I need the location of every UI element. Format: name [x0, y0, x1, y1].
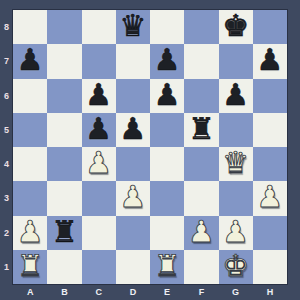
rank-label-2: 2 [0, 216, 13, 250]
square-e4[interactable] [150, 147, 184, 181]
square-b5[interactable] [47, 113, 81, 147]
square-d1[interactable] [116, 250, 150, 284]
square-e1[interactable]: ♜ [150, 250, 184, 284]
black-queen-d8[interactable]: ♛ [119, 11, 146, 41]
file-label-d: D [116, 285, 150, 299]
square-a7[interactable]: ♟ [13, 44, 47, 78]
file-label-h: H [253, 285, 287, 299]
square-b1[interactable] [47, 250, 81, 284]
square-g8[interactable]: ♚ [219, 10, 253, 44]
square-f3[interactable] [184, 181, 218, 215]
square-h2[interactable] [253, 216, 287, 250]
file-label-a: A [13, 285, 47, 299]
square-f2[interactable]: ♟ [184, 216, 218, 250]
file-label-c: C [82, 285, 116, 299]
file-label-b: B [47, 285, 81, 299]
black-rook-f5[interactable]: ♜ [188, 114, 215, 144]
square-e6[interactable]: ♟ [150, 79, 184, 113]
white-pawn-a2[interactable]: ♟ [17, 217, 44, 247]
square-d3[interactable]: ♟ [116, 181, 150, 215]
square-f1[interactable] [184, 250, 218, 284]
rank-label-4: 4 [0, 147, 13, 181]
square-f5[interactable]: ♜ [184, 113, 218, 147]
white-pawn-c4[interactable]: ♟ [85, 148, 112, 178]
rank-label-1: 1 [0, 250, 13, 284]
black-pawn-a7[interactable]: ♟ [17, 45, 44, 75]
square-g5[interactable] [219, 113, 253, 147]
rank-label-8: 8 [0, 10, 13, 44]
square-h5[interactable] [253, 113, 287, 147]
square-h7[interactable]: ♟ [253, 44, 287, 78]
square-g1[interactable]: ♚ [219, 250, 253, 284]
square-d4[interactable] [116, 147, 150, 181]
square-f7[interactable] [184, 44, 218, 78]
square-e5[interactable] [150, 113, 184, 147]
square-e8[interactable] [150, 10, 184, 44]
square-f8[interactable] [184, 10, 218, 44]
square-c3[interactable] [82, 181, 116, 215]
black-rook-b2[interactable]: ♜ [51, 217, 78, 247]
square-b7[interactable] [47, 44, 81, 78]
square-a1[interactable]: ♜ [13, 250, 47, 284]
square-a5[interactable] [13, 113, 47, 147]
square-h6[interactable] [253, 79, 287, 113]
square-g2[interactable]: ♟ [219, 216, 253, 250]
square-g3[interactable] [219, 181, 253, 215]
square-e7[interactable]: ♟ [150, 44, 184, 78]
chess-board[interactable]: ♛♚♟♟♟♟♟♟♟♟♜♟♛♟♟♟♜♟♟♜♜♚ [13, 10, 287, 284]
white-rook-a1[interactable]: ♜ [17, 251, 44, 281]
square-c6[interactable]: ♟ [82, 79, 116, 113]
white-king-g1[interactable]: ♚ [222, 251, 249, 281]
white-rook-e1[interactable]: ♜ [154, 251, 181, 281]
file-label-g: G [219, 285, 253, 299]
chessboard-frame: 87654321 ♛♚♟♟♟♟♟♟♟♟♜♟♛♟♟♟♜♟♟♜♜♚ ABCDEFGH [0, 0, 300, 300]
square-e3[interactable] [150, 181, 184, 215]
rank-label-6: 6 [0, 79, 13, 113]
square-h4[interactable] [253, 147, 287, 181]
square-c2[interactable] [82, 216, 116, 250]
square-a8[interactable] [13, 10, 47, 44]
square-a3[interactable] [13, 181, 47, 215]
square-d8[interactable]: ♛ [116, 10, 150, 44]
square-c7[interactable] [82, 44, 116, 78]
black-pawn-e7[interactable]: ♟ [154, 45, 181, 75]
square-c4[interactable]: ♟ [82, 147, 116, 181]
black-pawn-d5[interactable]: ♟ [119, 114, 146, 144]
square-a2[interactable]: ♟ [13, 216, 47, 250]
file-label-f: F [184, 285, 218, 299]
rank-label-5: 5 [0, 113, 13, 147]
white-pawn-f2[interactable]: ♟ [188, 217, 215, 247]
black-pawn-g6[interactable]: ♟ [222, 80, 249, 110]
black-pawn-e6[interactable]: ♟ [154, 80, 181, 110]
square-d2[interactable] [116, 216, 150, 250]
white-pawn-h3[interactable]: ♟ [256, 182, 283, 212]
square-c1[interactable] [82, 250, 116, 284]
square-h3[interactable]: ♟ [253, 181, 287, 215]
square-g4[interactable]: ♛ [219, 147, 253, 181]
white-pawn-d3[interactable]: ♟ [119, 182, 146, 212]
black-pawn-c5[interactable]: ♟ [85, 114, 112, 144]
square-b8[interactable] [47, 10, 81, 44]
square-d7[interactable] [116, 44, 150, 78]
square-b6[interactable] [47, 79, 81, 113]
file-label-e: E [150, 285, 184, 299]
square-a4[interactable] [13, 147, 47, 181]
square-h8[interactable] [253, 10, 287, 44]
black-king-g8[interactable]: ♚ [222, 11, 249, 41]
square-b4[interactable] [47, 147, 81, 181]
white-pawn-g2[interactable]: ♟ [222, 217, 249, 247]
rank-label-7: 7 [0, 44, 13, 78]
square-e2[interactable] [150, 216, 184, 250]
file-labels: ABCDEFGH [13, 285, 287, 299]
square-g7[interactable] [219, 44, 253, 78]
black-pawn-h7[interactable]: ♟ [256, 45, 283, 75]
square-a6[interactable] [13, 79, 47, 113]
square-b3[interactable] [47, 181, 81, 215]
square-b2[interactable]: ♜ [47, 216, 81, 250]
square-g6[interactable]: ♟ [219, 79, 253, 113]
rank-labels: 87654321 [0, 10, 13, 284]
square-f6[interactable] [184, 79, 218, 113]
square-d6[interactable] [116, 79, 150, 113]
square-d5[interactable]: ♟ [116, 113, 150, 147]
square-h1[interactable] [253, 250, 287, 284]
square-f4[interactable] [184, 147, 218, 181]
square-c5[interactable]: ♟ [82, 113, 116, 147]
square-c8[interactable] [82, 10, 116, 44]
white-queen-g4[interactable]: ♛ [222, 148, 249, 178]
rank-label-3: 3 [0, 181, 13, 215]
black-pawn-c6[interactable]: ♟ [85, 80, 112, 110]
